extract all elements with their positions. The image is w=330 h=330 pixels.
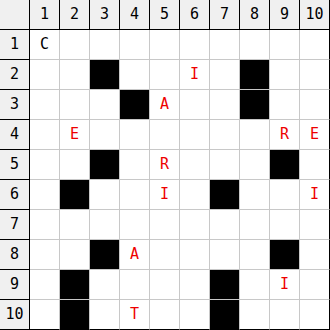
- cell-r3c9[interactable]: [270, 90, 300, 120]
- cell-letter: R: [280, 127, 289, 142]
- cell-r2c1[interactable]: [30, 60, 60, 90]
- cell-r7c6[interactable]: [180, 210, 210, 240]
- cell-r7c9[interactable]: [270, 210, 300, 240]
- col-header-9: 9: [270, 0, 300, 30]
- cell-r2c2[interactable]: [60, 60, 90, 90]
- cell-r10c2-black: [60, 300, 90, 330]
- row-header-10: 10: [0, 300, 30, 330]
- cell-r8c4[interactable]: A: [120, 240, 150, 270]
- cell-r1c5[interactable]: [150, 30, 180, 60]
- cell-r2c7[interactable]: [210, 60, 240, 90]
- cell-r2c10[interactable]: [300, 60, 330, 90]
- cell-r3c5[interactable]: A: [150, 90, 180, 120]
- cell-letter: I: [190, 67, 199, 82]
- cell-r6c1[interactable]: [30, 180, 60, 210]
- cell-r1c6[interactable]: [180, 30, 210, 60]
- cell-r9c4[interactable]: [120, 270, 150, 300]
- cell-r7c1[interactable]: [30, 210, 60, 240]
- cell-r5c2[interactable]: [60, 150, 90, 180]
- cell-r9c7-black: [210, 270, 240, 300]
- cell-r4c5[interactable]: [150, 120, 180, 150]
- row-header-1: 1: [0, 30, 30, 60]
- row-header-3: 3: [0, 90, 30, 120]
- col-header-10: 10: [300, 0, 330, 30]
- cell-r7c5[interactable]: [150, 210, 180, 240]
- cell-r1c10[interactable]: [300, 30, 330, 60]
- cell-r9c2-black: [60, 270, 90, 300]
- cell-r7c4[interactable]: [120, 210, 150, 240]
- cell-r10c5[interactable]: [150, 300, 180, 330]
- cell-r6c3[interactable]: [90, 180, 120, 210]
- cell-r5c1[interactable]: [30, 150, 60, 180]
- cell-r8c6[interactable]: [180, 240, 210, 270]
- cell-r4c10[interactable]: E: [300, 120, 330, 150]
- cell-letter: A: [130, 247, 139, 262]
- cell-r4c1[interactable]: [30, 120, 60, 150]
- cell-r2c5[interactable]: [150, 60, 180, 90]
- col-header-8: 8: [240, 0, 270, 30]
- cell-r3c8-black: [240, 90, 270, 120]
- cell-r10c7-black: [210, 300, 240, 330]
- cell-r4c2[interactable]: E: [60, 120, 90, 150]
- col-header-5: 5: [150, 0, 180, 30]
- col-header-2: 2: [60, 0, 90, 30]
- cell-r8c5[interactable]: [150, 240, 180, 270]
- cell-r10c9[interactable]: [270, 300, 300, 330]
- cell-letter: I: [160, 187, 169, 202]
- row-header-6: 6: [0, 180, 30, 210]
- cell-r6c7-black: [210, 180, 240, 210]
- cell-letter: E: [70, 127, 79, 142]
- cell-r6c2-black: [60, 180, 90, 210]
- cell-letter: I: [280, 277, 289, 292]
- cell-r5c9-black: [270, 150, 300, 180]
- cell-r10c4[interactable]: T: [120, 300, 150, 330]
- cell-r8c1[interactable]: [30, 240, 60, 270]
- cell-r3c10[interactable]: [300, 90, 330, 120]
- col-header-3: 3: [90, 0, 120, 30]
- cell-r8c10[interactable]: [300, 240, 330, 270]
- cell-r10c10[interactable]: [300, 300, 330, 330]
- cell-letter: C: [40, 37, 49, 52]
- cell-letter: A: [160, 97, 169, 112]
- row-header-9: 9: [0, 270, 30, 300]
- cell-r3c3[interactable]: [90, 90, 120, 120]
- cell-r3c2[interactable]: [60, 90, 90, 120]
- cell-r4c4[interactable]: [120, 120, 150, 150]
- cell-r4c3[interactable]: [90, 120, 120, 150]
- cell-r2c9[interactable]: [270, 60, 300, 90]
- cell-r5c7[interactable]: [210, 150, 240, 180]
- cell-r8c9-black: [270, 240, 300, 270]
- cell-r5c5[interactable]: R: [150, 150, 180, 180]
- cell-r7c8[interactable]: [240, 210, 270, 240]
- cell-r4c9[interactable]: R: [270, 120, 300, 150]
- row-header-2: 2: [0, 60, 30, 90]
- cell-r5c10[interactable]: [300, 150, 330, 180]
- cell-r10c1[interactable]: [30, 300, 60, 330]
- cell-r9c8[interactable]: [240, 270, 270, 300]
- row-header-8: 8: [0, 240, 30, 270]
- cell-r4c8[interactable]: [240, 120, 270, 150]
- cell-r6c10[interactable]: I: [300, 180, 330, 210]
- cell-r9c3[interactable]: [90, 270, 120, 300]
- cell-r10c3[interactable]: [90, 300, 120, 330]
- cell-r9c6[interactable]: [180, 270, 210, 300]
- cell-r1c1[interactable]: C: [30, 30, 60, 60]
- crossword-board: 123456789101C2I3A4ERE5R6II78A9I10T: [0, 0, 330, 330]
- cell-r6c8[interactable]: [240, 180, 270, 210]
- row-header-7: 7: [0, 210, 30, 240]
- cell-r5c6[interactable]: [180, 150, 210, 180]
- cell-r10c8[interactable]: [240, 300, 270, 330]
- cell-r10c6[interactable]: [180, 300, 210, 330]
- row-header-4: 4: [0, 120, 30, 150]
- cell-r7c2[interactable]: [60, 210, 90, 240]
- cell-r1c8[interactable]: [240, 30, 270, 60]
- cell-r6c4[interactable]: [120, 180, 150, 210]
- cell-r3c6[interactable]: [180, 90, 210, 120]
- cell-r9c9[interactable]: I: [270, 270, 300, 300]
- col-header-1: 1: [30, 0, 60, 30]
- cell-r2c3-black: [90, 60, 120, 90]
- corner-cell: [0, 0, 30, 30]
- cell-r5c8[interactable]: [240, 150, 270, 180]
- cell-r5c4[interactable]: [120, 150, 150, 180]
- cell-r2c4[interactable]: [120, 60, 150, 90]
- cell-letter: E: [310, 127, 319, 142]
- cell-r2c8-black: [240, 60, 270, 90]
- cell-r8c3-black: [90, 240, 120, 270]
- cell-r4c6[interactable]: [180, 120, 210, 150]
- cell-r1c3[interactable]: [90, 30, 120, 60]
- cell-r8c2[interactable]: [60, 240, 90, 270]
- cell-r3c1[interactable]: [30, 90, 60, 120]
- cell-letter: T: [130, 307, 139, 322]
- cell-r5c3-black: [90, 150, 120, 180]
- cell-r9c10[interactable]: [300, 270, 330, 300]
- cell-r1c2[interactable]: [60, 30, 90, 60]
- cell-letter: R: [160, 157, 169, 172]
- col-header-4: 4: [120, 0, 150, 30]
- cell-r1c4[interactable]: [120, 30, 150, 60]
- row-header-5: 5: [0, 150, 30, 180]
- cell-letter: I: [310, 187, 319, 202]
- cell-r4c7[interactable]: [210, 120, 240, 150]
- col-header-7: 7: [210, 0, 240, 30]
- cell-r7c10[interactable]: [300, 210, 330, 240]
- cell-r1c7[interactable]: [210, 30, 240, 60]
- cell-r6c6[interactable]: [180, 180, 210, 210]
- cell-r7c3[interactable]: [90, 210, 120, 240]
- cell-r7c7[interactable]: [210, 210, 240, 240]
- cell-r9c1[interactable]: [30, 270, 60, 300]
- col-header-6: 6: [180, 0, 210, 30]
- cell-r1c9[interactable]: [270, 30, 300, 60]
- cell-r3c4-black: [120, 90, 150, 120]
- cell-r8c7[interactable]: [210, 240, 240, 270]
- cell-r6c5[interactable]: I: [150, 180, 180, 210]
- cell-r6c9[interactable]: [270, 180, 300, 210]
- cell-r2c6[interactable]: I: [180, 60, 210, 90]
- cell-r9c5[interactable]: [150, 270, 180, 300]
- cell-r8c8[interactable]: [240, 240, 270, 270]
- cell-r3c7[interactable]: [210, 90, 240, 120]
